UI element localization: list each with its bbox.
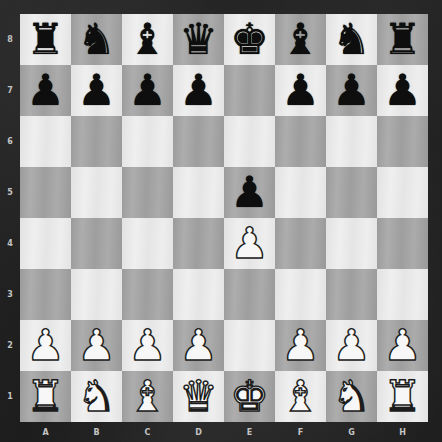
- square-g4[interactable]: [326, 218, 377, 269]
- square-b2[interactable]: ♟: [71, 320, 122, 371]
- square-a3[interactable]: [20, 269, 71, 320]
- rank-label-2: 2: [0, 320, 20, 371]
- square-e1[interactable]: ♚: [224, 371, 275, 422]
- square-g7[interactable]: ♟: [326, 65, 377, 116]
- square-a7[interactable]: ♟: [20, 65, 71, 116]
- piece-white-pawn[interactable]: ♟: [230, 218, 269, 269]
- square-b4[interactable]: [71, 218, 122, 269]
- square-h8[interactable]: ♜: [377, 14, 428, 65]
- square-g2[interactable]: ♟: [326, 320, 377, 371]
- square-a2[interactable]: ♟: [20, 320, 71, 371]
- square-f6[interactable]: [275, 116, 326, 167]
- square-c2[interactable]: ♟: [122, 320, 173, 371]
- square-b1[interactable]: ♞: [71, 371, 122, 422]
- square-h6[interactable]: [377, 116, 428, 167]
- square-h1[interactable]: ♜: [377, 371, 428, 422]
- piece-black-pawn[interactable]: ♟: [332, 65, 371, 116]
- square-b8[interactable]: ♞: [71, 14, 122, 65]
- square-a6[interactable]: [20, 116, 71, 167]
- piece-black-queen[interactable]: ♛: [179, 14, 218, 65]
- piece-white-knight[interactable]: ♞: [332, 371, 371, 422]
- square-d5[interactable]: [173, 167, 224, 218]
- file-label-d: D: [173, 422, 224, 442]
- square-c7[interactable]: ♟: [122, 65, 173, 116]
- square-e3[interactable]: [224, 269, 275, 320]
- square-f8[interactable]: ♝: [275, 14, 326, 65]
- square-f3[interactable]: [275, 269, 326, 320]
- chess-board: ♜♞♝♛♚♝♞♜♟♟♟♟♟♟♟♟♟♟♟♟♟♟♟♟♜♞♝♛♚♝♞♜: [20, 14, 428, 422]
- square-f4[interactable]: [275, 218, 326, 269]
- square-h5[interactable]: [377, 167, 428, 218]
- square-d8[interactable]: ♛: [173, 14, 224, 65]
- square-g1[interactable]: ♞: [326, 371, 377, 422]
- square-c4[interactable]: [122, 218, 173, 269]
- square-h4[interactable]: [377, 218, 428, 269]
- piece-white-queen[interactable]: ♛: [179, 371, 218, 422]
- rank-label-1: 1: [0, 371, 20, 422]
- piece-black-rook[interactable]: ♜: [26, 14, 65, 65]
- piece-white-pawn[interactable]: ♟: [26, 320, 65, 371]
- square-g8[interactable]: ♞: [326, 14, 377, 65]
- piece-black-pawn[interactable]: ♟: [383, 65, 422, 116]
- square-c5[interactable]: [122, 167, 173, 218]
- rank-label-5: 5: [0, 167, 20, 218]
- square-a4[interactable]: [20, 218, 71, 269]
- piece-white-knight[interactable]: ♞: [77, 371, 116, 422]
- piece-white-pawn[interactable]: ♟: [128, 320, 167, 371]
- rank-label-3: 3: [0, 269, 20, 320]
- piece-white-pawn[interactable]: ♟: [77, 320, 116, 371]
- square-g3[interactable]: [326, 269, 377, 320]
- rank-label-8: 8: [0, 14, 20, 65]
- rank-labels: 87654321: [0, 14, 20, 422]
- piece-black-bishop[interactable]: ♝: [281, 14, 320, 65]
- file-label-e: E: [224, 422, 275, 442]
- rank-label-6: 6: [0, 116, 20, 167]
- piece-white-pawn[interactable]: ♟: [281, 320, 320, 371]
- square-d4[interactable]: [173, 218, 224, 269]
- piece-white-bishop[interactable]: ♝: [128, 371, 167, 422]
- square-a5[interactable]: [20, 167, 71, 218]
- square-d1[interactable]: ♛: [173, 371, 224, 422]
- rank-label-4: 4: [0, 218, 20, 269]
- square-a1[interactable]: ♜: [20, 371, 71, 422]
- square-a8[interactable]: ♜: [20, 14, 71, 65]
- square-e8[interactable]: ♚: [224, 14, 275, 65]
- square-e7[interactable]: [224, 65, 275, 116]
- square-d2[interactable]: ♟: [173, 320, 224, 371]
- piece-black-rook[interactable]: ♜: [383, 14, 422, 65]
- piece-white-pawn[interactable]: ♟: [179, 320, 218, 371]
- square-e2[interactable]: [224, 320, 275, 371]
- piece-white-pawn[interactable]: ♟: [332, 320, 371, 371]
- square-h3[interactable]: [377, 269, 428, 320]
- piece-white-rook[interactable]: ♜: [26, 371, 65, 422]
- piece-white-king[interactable]: ♚: [230, 371, 269, 422]
- piece-white-rook[interactable]: ♜: [383, 371, 422, 422]
- square-c3[interactable]: [122, 269, 173, 320]
- piece-black-king[interactable]: ♚: [230, 14, 269, 65]
- piece-black-pawn[interactable]: ♟: [26, 65, 65, 116]
- piece-black-pawn[interactable]: ♟: [281, 65, 320, 116]
- file-label-c: C: [122, 422, 173, 442]
- square-e4[interactable]: ♟: [224, 218, 275, 269]
- piece-black-bishop[interactable]: ♝: [128, 14, 167, 65]
- piece-white-bishop[interactable]: ♝: [281, 371, 320, 422]
- square-c6[interactable]: [122, 116, 173, 167]
- piece-black-knight[interactable]: ♞: [332, 14, 371, 65]
- file-labels: ABCDEFGH: [20, 422, 428, 442]
- square-f7[interactable]: ♟: [275, 65, 326, 116]
- rank-label-7: 7: [0, 65, 20, 116]
- square-b3[interactable]: [71, 269, 122, 320]
- square-f1[interactable]: ♝: [275, 371, 326, 422]
- square-e6[interactable]: [224, 116, 275, 167]
- square-d3[interactable]: [173, 269, 224, 320]
- square-f5[interactable]: [275, 167, 326, 218]
- square-b6[interactable]: [71, 116, 122, 167]
- square-h2[interactable]: ♟: [377, 320, 428, 371]
- piece-white-pawn[interactable]: ♟: [383, 320, 422, 371]
- square-g6[interactable]: [326, 116, 377, 167]
- chess-board-frame: 87654321 ♜♞♝♛♚♝♞♜♟♟♟♟♟♟♟♟♟♟♟♟♟♟♟♟♜♞♝♛♚♝♞…: [0, 0, 442, 442]
- square-c1[interactable]: ♝: [122, 371, 173, 422]
- file-label-b: B: [71, 422, 122, 442]
- file-label-g: G: [326, 422, 377, 442]
- square-e5[interactable]: ♟: [224, 167, 275, 218]
- square-d7[interactable]: ♟: [173, 65, 224, 116]
- piece-black-pawn[interactable]: ♟: [230, 167, 269, 218]
- piece-black-knight[interactable]: ♞: [77, 14, 116, 65]
- file-label-h: H: [377, 422, 428, 442]
- square-d6[interactable]: [173, 116, 224, 167]
- piece-black-pawn[interactable]: ♟: [77, 65, 116, 116]
- square-b7[interactable]: ♟: [71, 65, 122, 116]
- square-b5[interactable]: [71, 167, 122, 218]
- square-c8[interactable]: ♝: [122, 14, 173, 65]
- square-h7[interactable]: ♟: [377, 65, 428, 116]
- square-g5[interactable]: [326, 167, 377, 218]
- square-f2[interactable]: ♟: [275, 320, 326, 371]
- piece-black-pawn[interactable]: ♟: [179, 65, 218, 116]
- file-label-a: A: [20, 422, 71, 442]
- file-label-f: F: [275, 422, 326, 442]
- piece-black-pawn[interactable]: ♟: [128, 65, 167, 116]
